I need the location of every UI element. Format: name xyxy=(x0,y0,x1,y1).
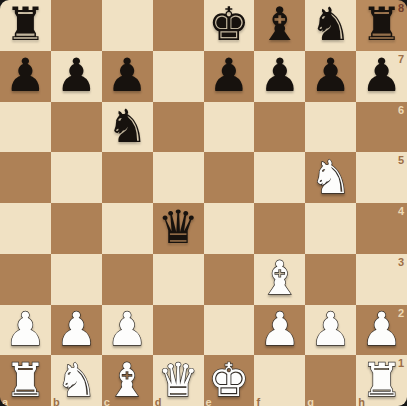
square-e3[interactable] xyxy=(204,254,255,305)
square-a2[interactable]: ♟ xyxy=(0,305,51,356)
square-g8[interactable]: ♞ xyxy=(305,0,356,51)
piece-white-pawn[interactable]: ♟ xyxy=(310,306,351,352)
rank-label-5: 5 xyxy=(398,155,404,166)
piece-white-pawn[interactable]: ♟ xyxy=(5,306,46,352)
piece-black-pawn[interactable]: ♟ xyxy=(5,52,46,98)
square-a4[interactable] xyxy=(0,203,51,254)
piece-white-pawn[interactable]: ♟ xyxy=(259,306,300,352)
square-c7[interactable]: ♟ xyxy=(102,51,153,102)
square-f7[interactable]: ♟ xyxy=(254,51,305,102)
file-label-g: g xyxy=(307,397,314,406)
piece-black-queen[interactable]: ♛ xyxy=(157,204,198,250)
square-d3[interactable] xyxy=(153,254,204,305)
piece-white-bishop[interactable]: ♝ xyxy=(107,357,148,403)
square-f3[interactable]: ♝ xyxy=(254,254,305,305)
square-b8[interactable] xyxy=(51,0,102,51)
square-a6[interactable] xyxy=(0,102,51,153)
square-e7[interactable]: ♟ xyxy=(204,51,255,102)
piece-black-pawn[interactable]: ♟ xyxy=(56,52,97,98)
square-f8[interactable]: ♝ xyxy=(254,0,305,51)
square-h2[interactable]: 2♟ xyxy=(356,305,407,356)
piece-white-pawn[interactable]: ♟ xyxy=(56,306,97,352)
rank-label-6: 6 xyxy=(398,105,404,116)
square-h8[interactable]: 8♜ xyxy=(356,0,407,51)
piece-black-pawn[interactable]: ♟ xyxy=(107,52,148,98)
piece-black-pawn[interactable]: ♟ xyxy=(259,52,300,98)
square-f6[interactable] xyxy=(254,102,305,153)
square-e1[interactable]: e♚ xyxy=(204,355,255,406)
piece-white-knight[interactable]: ♞ xyxy=(310,154,351,200)
piece-black-bishop[interactable]: ♝ xyxy=(259,1,300,47)
square-d2[interactable] xyxy=(153,305,204,356)
piece-black-rook[interactable]: ♜ xyxy=(361,1,402,47)
square-g4[interactable] xyxy=(305,203,356,254)
square-a1[interactable]: a♜ xyxy=(0,355,51,406)
square-g7[interactable]: ♟ xyxy=(305,51,356,102)
square-d8[interactable] xyxy=(153,0,204,51)
square-e6[interactable] xyxy=(204,102,255,153)
square-c6[interactable]: ♞ xyxy=(102,102,153,153)
piece-white-rook[interactable]: ♜ xyxy=(5,357,46,403)
square-f4[interactable] xyxy=(254,203,305,254)
square-a5[interactable] xyxy=(0,152,51,203)
square-e8[interactable]: ♚ xyxy=(204,0,255,51)
square-h5[interactable]: 5 xyxy=(356,152,407,203)
square-h6[interactable]: 6 xyxy=(356,102,407,153)
square-f2[interactable]: ♟ xyxy=(254,305,305,356)
square-c1[interactable]: c♝ xyxy=(102,355,153,406)
file-label-f: f xyxy=(256,397,260,406)
piece-black-pawn[interactable]: ♟ xyxy=(310,52,351,98)
square-a7[interactable]: ♟ xyxy=(0,51,51,102)
piece-white-pawn[interactable]: ♟ xyxy=(107,306,148,352)
square-c3[interactable] xyxy=(102,254,153,305)
piece-black-knight[interactable]: ♞ xyxy=(310,1,351,47)
piece-white-king[interactable]: ♚ xyxy=(208,357,249,403)
square-d6[interactable] xyxy=(153,102,204,153)
square-d4[interactable]: ♛ xyxy=(153,203,204,254)
square-c5[interactable] xyxy=(102,152,153,203)
square-g1[interactable]: g xyxy=(305,355,356,406)
square-a8[interactable]: ♜ xyxy=(0,0,51,51)
piece-black-knight[interactable]: ♞ xyxy=(107,103,148,149)
piece-white-pawn[interactable]: ♟ xyxy=(361,306,402,352)
square-d5[interactable] xyxy=(153,152,204,203)
square-g2[interactable]: ♟ xyxy=(305,305,356,356)
square-b5[interactable] xyxy=(51,152,102,203)
piece-black-pawn[interactable]: ♟ xyxy=(208,52,249,98)
piece-white-queen[interactable]: ♛ xyxy=(157,357,198,403)
square-c2[interactable]: ♟ xyxy=(102,305,153,356)
square-e4[interactable] xyxy=(204,203,255,254)
square-h3[interactable]: 3 xyxy=(356,254,407,305)
chess-board: ♜♚♝♞8♜♟♟♟♟♟♟7♟♞6♞5♛4♝3♟♟♟♟♟2♟a♜b♞c♝d♛e♚f… xyxy=(0,0,407,406)
square-d7[interactable] xyxy=(153,51,204,102)
square-b6[interactable] xyxy=(51,102,102,153)
square-e2[interactable] xyxy=(204,305,255,356)
square-b7[interactable]: ♟ xyxy=(51,51,102,102)
square-g6[interactable] xyxy=(305,102,356,153)
rank-label-4: 4 xyxy=(398,206,404,217)
square-c4[interactable] xyxy=(102,203,153,254)
square-b2[interactable]: ♟ xyxy=(51,305,102,356)
piece-black-pawn[interactable]: ♟ xyxy=(361,52,402,98)
piece-white-knight[interactable]: ♞ xyxy=(56,357,97,403)
square-b3[interactable] xyxy=(51,254,102,305)
square-f5[interactable] xyxy=(254,152,305,203)
piece-white-rook[interactable]: ♜ xyxy=(361,357,402,403)
square-g5[interactable]: ♞ xyxy=(305,152,356,203)
square-b4[interactable] xyxy=(51,203,102,254)
piece-black-rook[interactable]: ♜ xyxy=(5,1,46,47)
square-h7[interactable]: 7♟ xyxy=(356,51,407,102)
rank-label-3: 3 xyxy=(398,257,404,268)
piece-white-bishop[interactable]: ♝ xyxy=(259,255,300,301)
square-b1[interactable]: b♞ xyxy=(51,355,102,406)
square-f1[interactable]: f xyxy=(254,355,305,406)
square-c8[interactable] xyxy=(102,0,153,51)
square-h4[interactable]: 4 xyxy=(356,203,407,254)
square-g3[interactable] xyxy=(305,254,356,305)
square-h1[interactable]: 1h♜ xyxy=(356,355,407,406)
square-a3[interactable] xyxy=(0,254,51,305)
piece-black-king[interactable]: ♚ xyxy=(208,1,249,47)
square-d1[interactable]: d♛ xyxy=(153,355,204,406)
square-e5[interactable] xyxy=(204,152,255,203)
